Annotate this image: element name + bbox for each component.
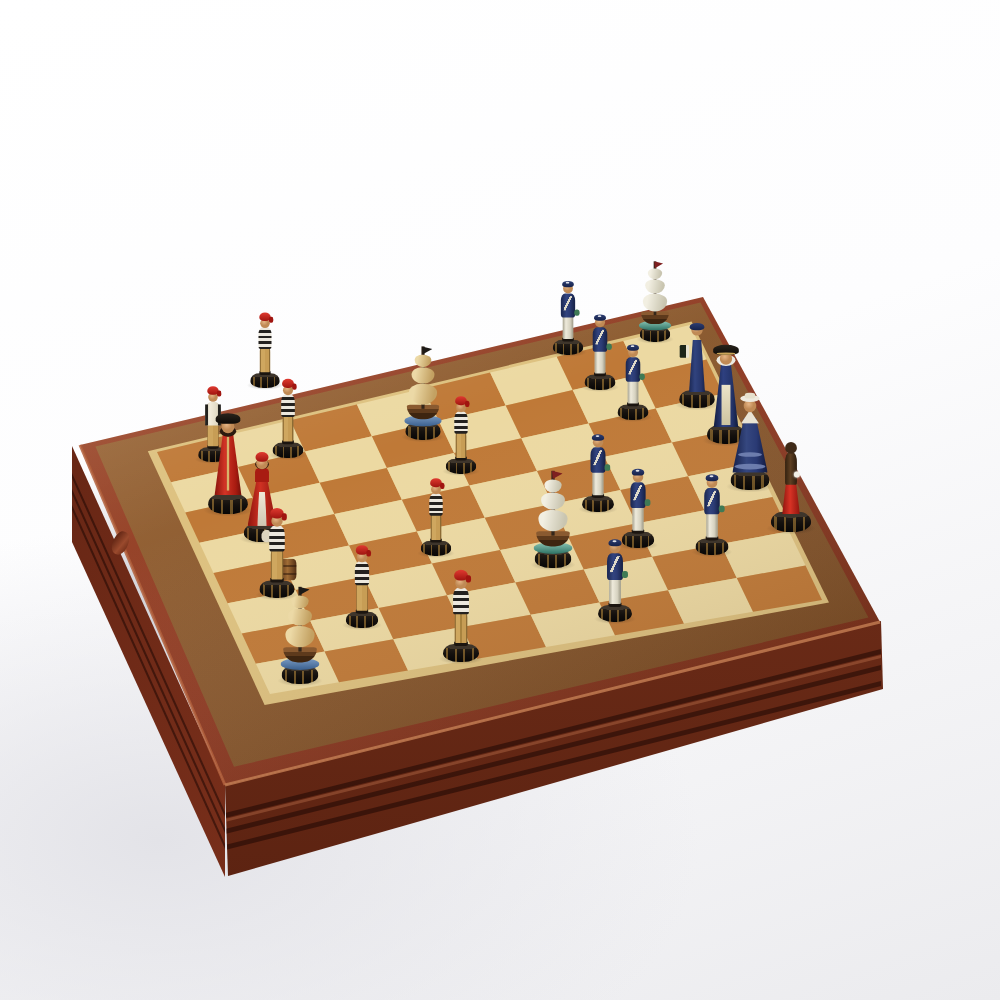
piece-white-pawn-g3[interactable] (680, 385, 744, 555)
figurine-part-sail2-t (288, 608, 312, 625)
figurine-nv-ship (518, 460, 587, 568)
figurine-part-body-dk (785, 453, 797, 485)
figurine-part-band-red (454, 570, 468, 581)
figurine-part-legs-tan (455, 612, 468, 643)
figurine-nv-pawn (583, 522, 647, 622)
figurine-part-sail1-t (285, 626, 314, 648)
piece-black-bishop-offboard-right[interactable] (759, 362, 823, 532)
piece-plinth (443, 644, 479, 662)
product-photo-stage (0, 0, 1000, 1000)
figurine-pk-pawn (427, 556, 495, 662)
figurine-part-hat-top (745, 393, 755, 399)
figurine-part-cap-nv (592, 434, 604, 441)
figurine-part-shirt-str (453, 588, 469, 614)
piece-plinth (598, 605, 632, 622)
figurine-pk-ship (265, 576, 334, 684)
figurine-part-strap (610, 556, 620, 572)
piece-plinth (346, 612, 378, 628)
figurine-part-shirt-str (355, 561, 369, 585)
piece-white-rook-e3[interactable] (521, 398, 585, 568)
figurine-part-skirt-crim (782, 482, 800, 514)
figurine-pk-pawn (332, 533, 393, 628)
figurine-part-band-red (430, 478, 442, 487)
piece-white-pawn-f2[interactable] (583, 452, 647, 622)
figurine-part-flag-mar (552, 471, 563, 480)
figurine-part-book (680, 345, 689, 358)
figurine-part-sail2-w (541, 492, 565, 509)
figurine-part-head-dk (785, 442, 797, 454)
piece-plinth (695, 538, 728, 555)
figurine-part-sail1-w (538, 510, 567, 532)
figurine-part-legs-tan (356, 583, 367, 611)
piece-black-pawn-b2[interactable] (330, 458, 394, 628)
piece-black-rook-a1[interactable] (268, 514, 332, 684)
pieces-layer (0, 0, 1000, 1000)
figurine-nv-pawn (681, 458, 743, 555)
figurine-part-sail3-w (544, 479, 561, 492)
figurine-part-pearl (794, 472, 800, 478)
figurine-part-pouch (622, 571, 628, 578)
figurine-part-pouch (719, 505, 725, 512)
figurine-part-strap (707, 491, 717, 507)
figurine-part-cap-nv (706, 474, 719, 481)
piece-plinth (771, 512, 811, 532)
figurine-pk-islander (753, 414, 829, 532)
figurine-part-band-red (356, 545, 368, 555)
figurine-part-sail3-t (291, 595, 308, 608)
piece-black-pawn-c1[interactable] (429, 492, 493, 662)
figurine-part-flag-blk (299, 587, 310, 596)
figurine-part-cap-nv (609, 539, 622, 546)
